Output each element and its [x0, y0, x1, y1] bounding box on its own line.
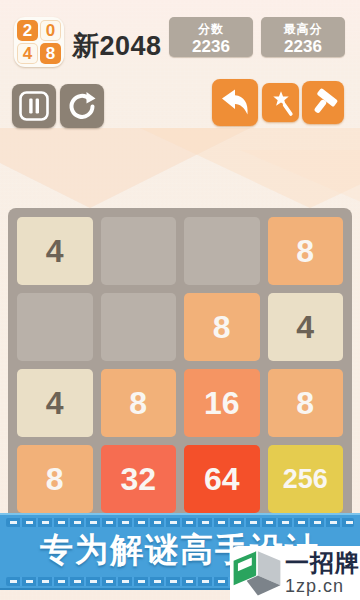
tile-4: 4 [17, 217, 93, 285]
tile-256: 256 [268, 445, 344, 513]
app-title: 新2048 [72, 28, 162, 64]
cube-logo-icon [231, 547, 283, 599]
empty-cell [17, 293, 93, 361]
banner-stitch-top [6, 518, 354, 527]
tile-8: 8 [268, 369, 344, 437]
watermark-brand: 一招牌 [285, 550, 360, 576]
tile-8: 8 [101, 369, 177, 437]
best-score-box: 最高分 2236 [261, 17, 345, 57]
undo-arrow-icon [217, 85, 253, 121]
empty-cell [101, 217, 177, 285]
restart-button[interactable] [60, 84, 104, 128]
best-score-label: 最高分 [261, 21, 345, 38]
tile-16: 16 [184, 369, 260, 437]
best-score-value: 2236 [261, 38, 345, 57]
hammer-icon [307, 87, 339, 119]
app-icon-tile-2: 2 [17, 20, 38, 41]
app-icon-tile-8: 8 [40, 43, 61, 64]
game-screen: 2048 新2048 分数 2236 最高分 2236 [0, 0, 360, 600]
app-icon-tile-0: 0 [40, 20, 61, 41]
magic-wand-icon [266, 88, 296, 118]
score-value: 2236 [169, 38, 253, 57]
background-chevron [140, 128, 360, 208]
background-chevron [240, 150, 360, 210]
tile-32: 32 [101, 445, 177, 513]
tile-8: 8 [17, 445, 93, 513]
app-icon: 2048 [14, 17, 64, 67]
tile-8: 8 [184, 293, 260, 361]
watermark-domain: 1zp.cn [285, 576, 360, 596]
tile-4: 4 [268, 293, 344, 361]
watermark-text: 一招牌 1zp.cn [285, 550, 360, 596]
watermark-card: 一招牌 1zp.cn [230, 546, 360, 600]
restart-icon [65, 89, 99, 123]
score-label: 分数 [169, 21, 253, 38]
empty-cell [184, 217, 260, 285]
undo-button[interactable] [212, 79, 258, 126]
tile-4: 4 [17, 369, 93, 437]
pause-button[interactable] [12, 84, 56, 128]
hammer-button[interactable] [302, 81, 344, 124]
background-chevron [0, 128, 250, 208]
magic-wand-button[interactable] [262, 83, 299, 122]
empty-cell [101, 293, 177, 361]
board[interactable]: 48844816883264256 [8, 208, 352, 522]
app-icon-tile-4: 4 [17, 43, 38, 64]
pause-icon [17, 89, 51, 123]
tile-8: 8 [268, 217, 344, 285]
score-box: 分数 2236 [169, 17, 253, 57]
tile-64: 64 [184, 445, 260, 513]
